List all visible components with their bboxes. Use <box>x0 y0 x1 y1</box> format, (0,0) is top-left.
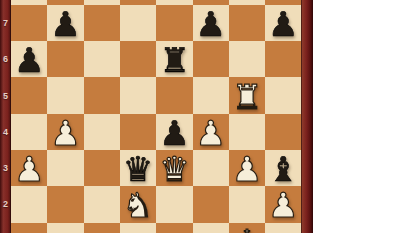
black-pawn[interactable]: ♟ <box>159 116 189 150</box>
square-c3[interactable] <box>84 150 120 186</box>
white-pawn[interactable]: ♟ <box>268 188 298 222</box>
square-f1[interactable] <box>193 223 229 233</box>
square-d6[interactable] <box>120 41 156 77</box>
square-a6[interactable]: ♟ <box>11 41 47 77</box>
square-b1[interactable] <box>47 223 83 233</box>
square-d5[interactable] <box>120 77 156 113</box>
white-knight[interactable]: ♞ <box>123 188 153 222</box>
white-pawn[interactable]: ♟ <box>50 116 80 150</box>
square-c2[interactable] <box>84 186 120 222</box>
rank-label-3: 3 <box>0 164 11 173</box>
square-b2[interactable] <box>47 186 83 222</box>
square-c1[interactable] <box>84 223 120 233</box>
square-h5[interactable] <box>265 77 301 113</box>
rank-label-7: 7 <box>0 18 11 27</box>
square-f4[interactable]: ♟ <box>193 114 229 150</box>
white-queen[interactable]: ♛ <box>159 152 189 186</box>
square-c6[interactable] <box>84 41 120 77</box>
white-pawn[interactable]: ♟ <box>14 152 44 186</box>
square-e7[interactable] <box>156 5 192 41</box>
square-d7[interactable] <box>120 5 156 41</box>
square-e3[interactable]: ♛ <box>156 150 192 186</box>
square-e1[interactable] <box>156 223 192 233</box>
rank-label-2: 2 <box>0 200 11 209</box>
square-f3[interactable] <box>193 150 229 186</box>
square-h1[interactable] <box>265 223 301 233</box>
square-d4[interactable] <box>120 114 156 150</box>
square-b5[interactable] <box>47 77 83 113</box>
black-pawn[interactable]: ♟ <box>268 7 298 41</box>
square-b7[interactable]: ♟ <box>47 5 83 41</box>
black-pawn[interactable]: ♟ <box>195 7 225 41</box>
square-f6[interactable] <box>193 41 229 77</box>
white-king[interactable]: ♚ <box>232 225 262 233</box>
black-queen[interactable]: ♛ <box>123 152 153 186</box>
square-h3[interactable]: ♝ <box>265 150 301 186</box>
square-c4[interactable] <box>84 114 120 150</box>
black-pawn[interactable]: ♟ <box>50 7 80 41</box>
square-g1[interactable]: ♚ <box>229 223 265 233</box>
square-e4[interactable]: ♟ <box>156 114 192 150</box>
square-g5[interactable]: ♜ <box>229 77 265 113</box>
square-f5[interactable] <box>193 77 229 113</box>
square-a2[interactable] <box>11 186 47 222</box>
square-c7[interactable] <box>84 5 120 41</box>
rank-label-5: 5 <box>0 91 11 100</box>
square-a7[interactable] <box>11 5 47 41</box>
square-e2[interactable] <box>156 186 192 222</box>
square-b3[interactable] <box>47 150 83 186</box>
white-rook[interactable]: ♜ <box>232 80 262 114</box>
square-a1[interactable] <box>11 223 47 233</box>
square-d2[interactable]: ♞ <box>120 186 156 222</box>
black-pawn[interactable]: ♟ <box>14 43 44 77</box>
square-e5[interactable] <box>156 77 192 113</box>
page: ♟♟♟♟♜♜♟♟♟♟♛♛♟♝♞♟♚ 765432 <box>0 0 414 233</box>
square-d1[interactable] <box>120 223 156 233</box>
board-right-border <box>301 0 313 233</box>
chess-board[interactable]: ♟♟♟♟♜♜♟♟♟♟♛♛♟♝♞♟♚ <box>11 0 302 233</box>
square-b6[interactable] <box>47 41 83 77</box>
square-e6[interactable]: ♜ <box>156 41 192 77</box>
square-g7[interactable] <box>229 5 265 41</box>
square-a3[interactable]: ♟ <box>11 150 47 186</box>
square-g3[interactable]: ♟ <box>229 150 265 186</box>
black-bishop[interactable]: ♝ <box>268 152 298 186</box>
square-h7[interactable]: ♟ <box>265 5 301 41</box>
square-a4[interactable] <box>11 114 47 150</box>
square-b4[interactable]: ♟ <box>47 114 83 150</box>
black-rook[interactable]: ♜ <box>159 43 189 77</box>
white-pawn[interactable]: ♟ <box>232 152 262 186</box>
square-f2[interactable] <box>193 186 229 222</box>
rank-label-6: 6 <box>0 55 11 64</box>
board-left-border: 765432 <box>0 0 11 233</box>
square-f7[interactable]: ♟ <box>193 5 229 41</box>
white-pawn[interactable]: ♟ <box>195 116 225 150</box>
square-d3[interactable]: ♛ <box>120 150 156 186</box>
square-g4[interactable] <box>229 114 265 150</box>
rank-label-4: 4 <box>0 127 11 136</box>
square-g2[interactable] <box>229 186 265 222</box>
square-a5[interactable] <box>11 77 47 113</box>
square-g6[interactable] <box>229 41 265 77</box>
square-h6[interactable] <box>265 41 301 77</box>
square-h2[interactable]: ♟ <box>265 186 301 222</box>
square-c5[interactable] <box>84 77 120 113</box>
square-h4[interactable] <box>265 114 301 150</box>
